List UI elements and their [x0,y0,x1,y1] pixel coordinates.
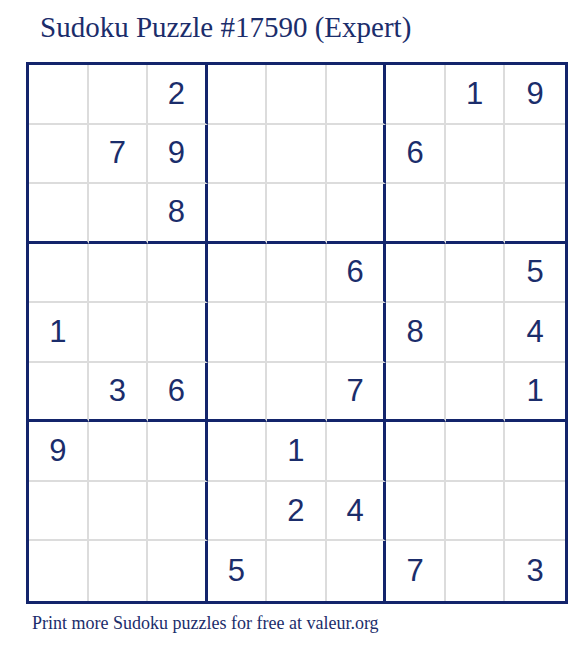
sudoku-cell-r1c6[interactable] [327,65,387,125]
sudoku-cell-r2c3[interactable]: 9 [148,125,208,185]
sudoku-cell-r9c8[interactable] [446,541,506,601]
sudoku-cell-r1c5[interactable] [267,65,327,125]
sudoku-cell-r6c8[interactable] [446,363,506,423]
sudoku-cell-r5c7[interactable]: 8 [386,303,446,363]
sudoku-cell-r6c1[interactable] [29,363,89,423]
sudoku-cell-r6c7[interactable] [386,363,446,423]
sudoku-cell-r1c2[interactable] [89,65,149,125]
sudoku-cell-r4c5[interactable] [267,244,327,304]
sudoku-cell-r5c6[interactable] [327,303,387,363]
sudoku-cell-r3c6[interactable] [327,184,387,244]
sudoku-cell-r3c7[interactable] [386,184,446,244]
sudoku-cell-r5c9[interactable]: 4 [505,303,565,363]
sudoku-cell-r1c9[interactable]: 9 [505,65,565,125]
sudoku-cell-r4c6[interactable]: 6 [327,244,387,304]
sudoku-cell-r2c5[interactable] [267,125,327,185]
sudoku-cell-r7c6[interactable] [327,422,387,482]
sudoku-cell-r6c3[interactable]: 6 [148,363,208,423]
sudoku-page: Sudoku Puzzle #17590 (Expert) 2197968651… [0,0,580,651]
sudoku-cell-r5c5[interactable] [267,303,327,363]
sudoku-cell-r5c4[interactable] [208,303,268,363]
sudoku-cell-r5c8[interactable] [446,303,506,363]
footer-text: Print more Sudoku puzzles for free at va… [32,613,379,634]
sudoku-cell-r7c4[interactable] [208,422,268,482]
page-title: Sudoku Puzzle #17590 (Expert) [40,10,411,45]
sudoku-cell-r3c8[interactable] [446,184,506,244]
sudoku-cell-r8c5[interactable]: 2 [267,482,327,542]
sudoku-cell-r3c9[interactable] [505,184,565,244]
sudoku-cell-r9c1[interactable] [29,541,89,601]
sudoku-cell-r2c6[interactable] [327,125,387,185]
sudoku-cell-r8c3[interactable] [148,482,208,542]
sudoku-cell-r3c5[interactable] [267,184,327,244]
sudoku-cell-r4c7[interactable] [386,244,446,304]
sudoku-cell-r8c1[interactable] [29,482,89,542]
sudoku-cell-r9c2[interactable] [89,541,149,601]
sudoku-cell-r8c6[interactable]: 4 [327,482,387,542]
sudoku-cell-r9c3[interactable] [148,541,208,601]
sudoku-cell-r4c3[interactable] [148,244,208,304]
sudoku-cell-r8c4[interactable] [208,482,268,542]
sudoku-cell-r5c3[interactable] [148,303,208,363]
sudoku-cell-r7c9[interactable] [505,422,565,482]
sudoku-cell-r9c7[interactable]: 7 [386,541,446,601]
sudoku-cell-r2c2[interactable]: 7 [89,125,149,185]
sudoku-cell-r2c9[interactable] [505,125,565,185]
sudoku-cell-r7c1[interactable]: 9 [29,422,89,482]
sudoku-cell-r3c4[interactable] [208,184,268,244]
sudoku-cell-r6c2[interactable]: 3 [89,363,149,423]
sudoku-cell-r6c5[interactable] [267,363,327,423]
sudoku-cell-r4c2[interactable] [89,244,149,304]
sudoku-cell-r2c1[interactable] [29,125,89,185]
sudoku-cell-r5c1[interactable]: 1 [29,303,89,363]
sudoku-cell-r1c7[interactable] [386,65,446,125]
sudoku-cell-r2c8[interactable] [446,125,506,185]
sudoku-cell-r6c4[interactable] [208,363,268,423]
sudoku-cell-r3c1[interactable] [29,184,89,244]
sudoku-cell-r7c2[interactable] [89,422,149,482]
sudoku-cell-r2c7[interactable]: 6 [386,125,446,185]
sudoku-cell-r7c5[interactable]: 1 [267,422,327,482]
sudoku-cell-r9c6[interactable] [327,541,387,601]
sudoku-cell-r6c6[interactable]: 7 [327,363,387,423]
sudoku-cell-r3c3[interactable]: 8 [148,184,208,244]
sudoku-cell-r8c9[interactable] [505,482,565,542]
sudoku-cell-r4c9[interactable]: 5 [505,244,565,304]
sudoku-cell-r8c7[interactable] [386,482,446,542]
sudoku-cell-r9c4[interactable]: 5 [208,541,268,601]
sudoku-cell-r6c9[interactable]: 1 [505,363,565,423]
sudoku-cell-r1c8[interactable]: 1 [446,65,506,125]
sudoku-cell-r2c4[interactable] [208,125,268,185]
sudoku-cell-r4c4[interactable] [208,244,268,304]
sudoku-cell-r7c3[interactable] [148,422,208,482]
sudoku-board: 21979686518436719124573 [26,62,568,604]
sudoku-cell-r7c7[interactable] [386,422,446,482]
sudoku-cell-r8c8[interactable] [446,482,506,542]
sudoku-cell-r4c8[interactable] [446,244,506,304]
sudoku-cell-r1c3[interactable]: 2 [148,65,208,125]
sudoku-cell-r3c2[interactable] [89,184,149,244]
sudoku-cell-r9c9[interactable]: 3 [505,541,565,601]
sudoku-cell-r1c1[interactable] [29,65,89,125]
sudoku-cell-r5c2[interactable] [89,303,149,363]
sudoku-cell-r1c4[interactable] [208,65,268,125]
sudoku-cell-r7c8[interactable] [446,422,506,482]
sudoku-cell-r9c5[interactable] [267,541,327,601]
sudoku-cell-r8c2[interactable] [89,482,149,542]
sudoku-cell-r4c1[interactable] [29,244,89,304]
